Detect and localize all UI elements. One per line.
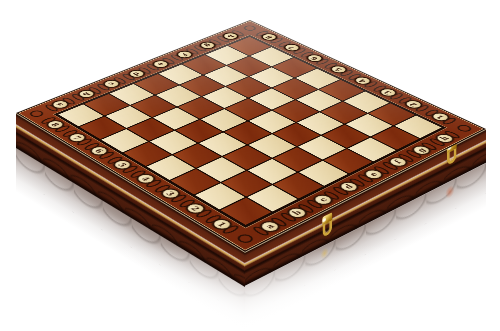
coordinate-label: 7 — [287, 45, 297, 49]
coordinate-label: 1 — [215, 221, 227, 228]
coordinate-label: h — [225, 34, 235, 38]
coordinate-label: 4 — [140, 176, 152, 182]
coordinate-label: b — [81, 91, 91, 96]
scroll-ornament-icon — [27, 109, 45, 118]
scroll-ornament-icon — [235, 233, 256, 245]
coordinate-label: c — [107, 81, 117, 86]
coordinate-label: e — [156, 62, 166, 67]
coordinate-label: d — [342, 184, 354, 190]
coordinate-label: f — [180, 52, 188, 56]
coordinate-label: 7 — [71, 135, 82, 140]
coordinate-label: b — [291, 209, 303, 216]
coordinate-label: 3 — [164, 191, 176, 197]
coordinate-label: 3 — [382, 90, 393, 95]
coordinate-label: g — [203, 43, 213, 47]
coordinate-label: 2 — [189, 206, 201, 212]
coordinate-label: d — [131, 71, 141, 76]
coordinate-label: g — [415, 147, 427, 153]
scroll-ornament-icon — [241, 24, 258, 31]
coordinate-label: 8 — [264, 35, 274, 39]
coordinate-label: a — [264, 223, 276, 230]
coordinate-label: c — [317, 196, 328, 202]
coordinate-label: 5 — [116, 162, 128, 168]
board-top: abcdefgh abcdefgh 87654321 87654321 — [16, 20, 486, 252]
coordinate-label: 2 — [408, 102, 419, 107]
coordinate-label: 6 — [310, 56, 320, 61]
coordinate-label: f — [393, 159, 403, 164]
coordinate-label: 6 — [93, 148, 104, 154]
coordinate-label: 4 — [357, 78, 367, 83]
coordinate-label: 1 — [435, 114, 446, 119]
scroll-ornament-icon — [455, 124, 474, 133]
coordinate-label: 8 — [50, 122, 61, 127]
product-photo-stage: abcdefgh abcdefgh 87654321 87654321 — [0, 0, 500, 331]
coordinate-label: a — [55, 102, 65, 107]
coordinate-label: h — [438, 135, 450, 141]
coordinate-label: e — [368, 171, 379, 177]
coordinate-label: 5 — [333, 67, 343, 72]
brass-clasp — [320, 211, 334, 256]
